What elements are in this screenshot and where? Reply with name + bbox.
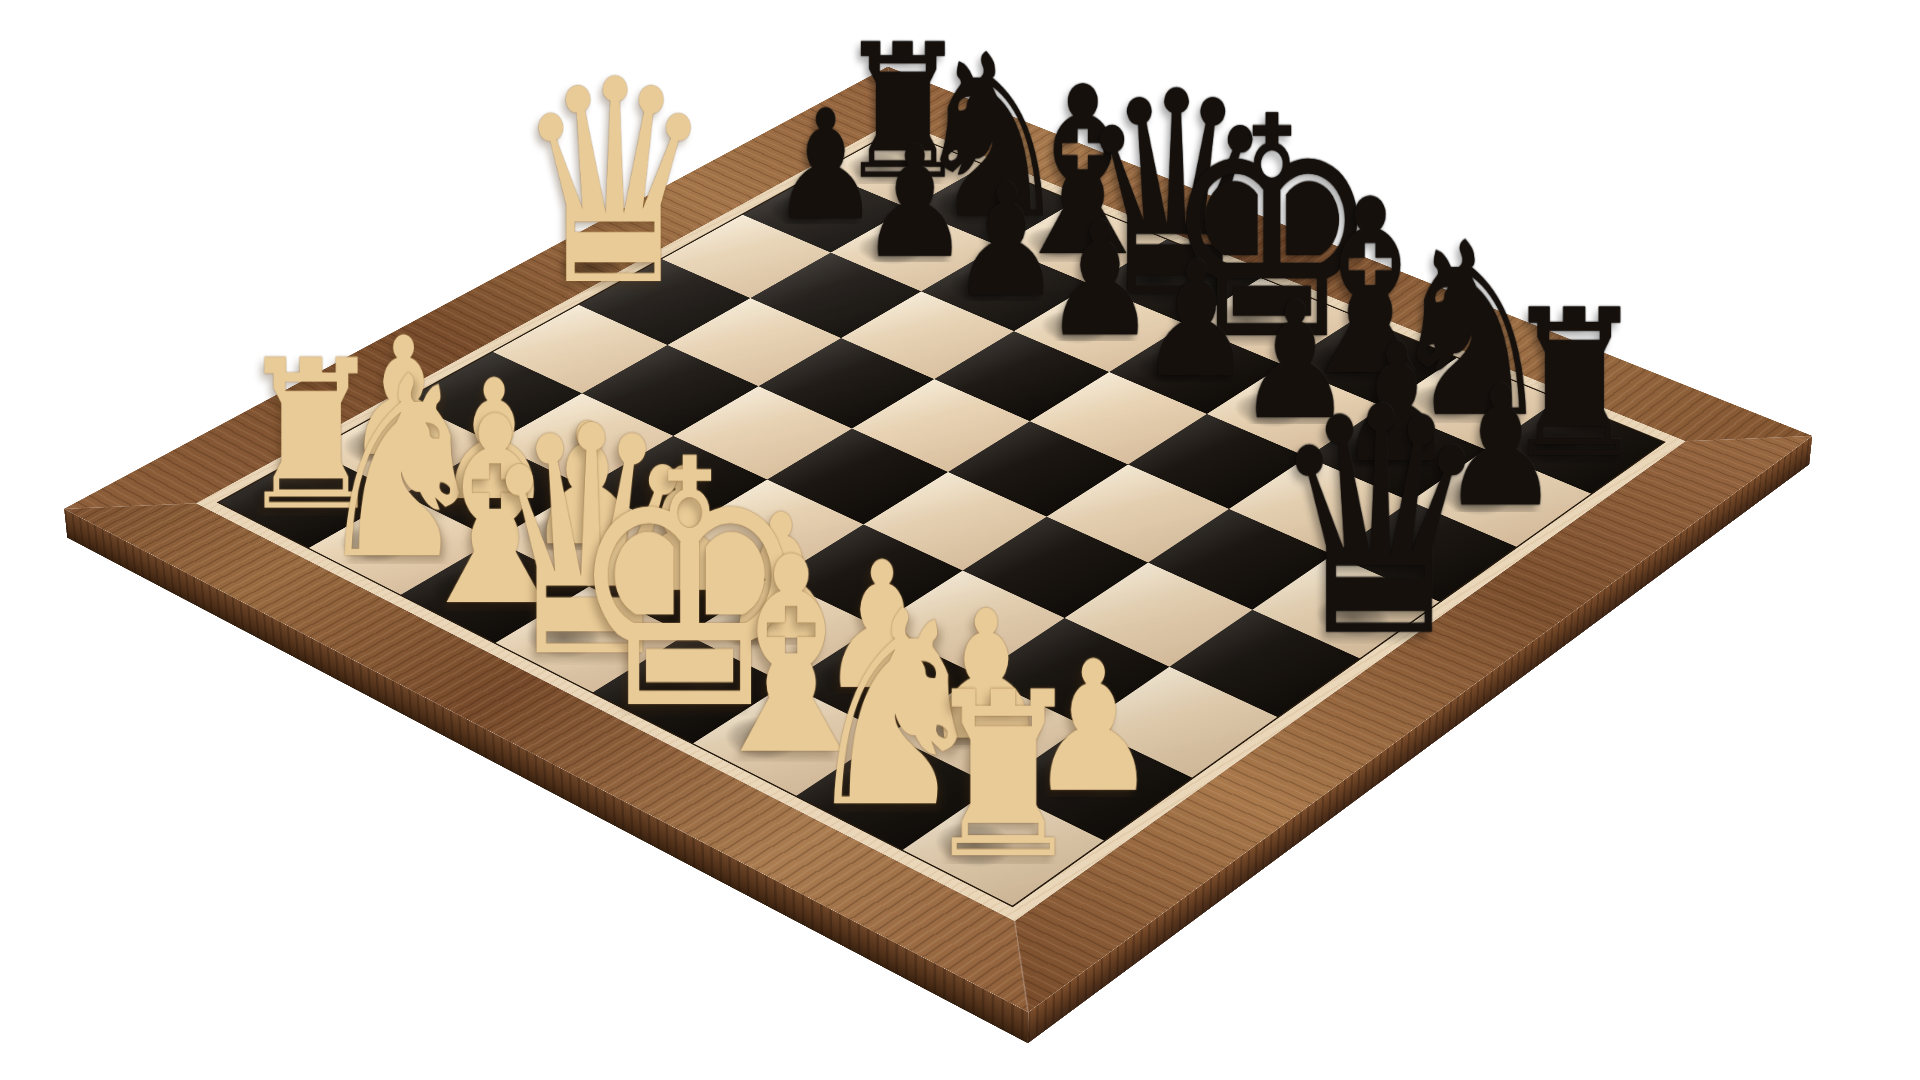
photo-scene: ♜♞♝♛♚♝♞♜♟♟♟♟♟♟♟♟♛♛♟♟♟♟♟♟♟♟♜♞♝♛♚♝♞♜ (0, 0, 1920, 1080)
piece-white-rook-h1[interactable]: ♜ (903, 787, 1104, 906)
chessboard: ♜♞♝♛♚♝♞♜♟♟♟♟♟♟♟♟♛♛♟♟♟♟♟♟♟♟♜♞♝♛♚♝♞♜ (64, 67, 1812, 1013)
pieces-layer: ♜♞♝♛♚♝♞♜♟♟♟♟♟♟♟♟♛♛♟♟♟♟♟♟♟♟♜♞♝♛♚♝♞♜ (64, 67, 1812, 1013)
piece-spare-white-queen-on-frame[interactable]: ♛ (530, 227, 700, 311)
black-queen-glyph: ♛ (1238, 367, 1522, 680)
white-queen-glyph: ♛ (487, 44, 742, 325)
white-rook-glyph: ♜ (852, 662, 1155, 891)
